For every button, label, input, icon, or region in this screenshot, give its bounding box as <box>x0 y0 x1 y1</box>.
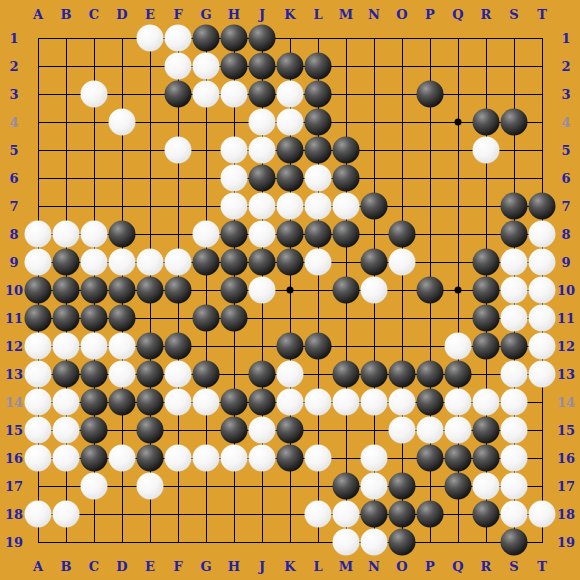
black-stone <box>305 333 332 360</box>
black-stone <box>81 277 108 304</box>
row-label-left: 15 <box>5 424 23 437</box>
row-label-right: 8 <box>561 228 570 241</box>
white-stone <box>25 501 52 528</box>
white-stone <box>165 249 192 276</box>
white-stone <box>81 249 108 276</box>
star-point <box>287 287 294 294</box>
black-stone <box>473 277 500 304</box>
row-label-right: 19 <box>557 536 575 549</box>
black-stone <box>137 389 164 416</box>
black-stone <box>81 417 108 444</box>
black-stone <box>249 361 276 388</box>
white-stone <box>81 333 108 360</box>
white-stone <box>25 333 52 360</box>
star-point <box>455 287 462 294</box>
white-stone <box>333 389 360 416</box>
black-stone <box>333 221 360 248</box>
white-stone <box>249 445 276 472</box>
white-stone <box>305 193 332 220</box>
column-label-bottom: P <box>425 560 435 573</box>
white-stone <box>529 333 556 360</box>
row-label-left: 10 <box>5 284 23 297</box>
white-stone <box>445 389 472 416</box>
white-stone <box>249 221 276 248</box>
white-stone <box>445 333 472 360</box>
black-stone <box>473 333 500 360</box>
row-label-left: 6 <box>9 172 18 185</box>
row-label-right: 10 <box>557 284 575 297</box>
black-stone <box>473 501 500 528</box>
white-stone <box>473 389 500 416</box>
white-stone <box>53 445 80 472</box>
black-stone <box>501 221 528 248</box>
grid-line-horizontal <box>38 514 543 515</box>
black-stone <box>389 529 416 556</box>
white-stone <box>501 417 528 444</box>
white-stone <box>81 81 108 108</box>
black-stone <box>473 109 500 136</box>
white-stone <box>221 193 248 220</box>
row-label-right: 2 <box>561 60 570 73</box>
white-stone <box>361 473 388 500</box>
white-stone <box>137 473 164 500</box>
black-stone <box>445 473 472 500</box>
row-label-right: 13 <box>557 368 575 381</box>
column-label-top: F <box>173 8 182 21</box>
black-stone <box>445 445 472 472</box>
black-stone <box>165 277 192 304</box>
black-stone <box>53 305 80 332</box>
column-label-top: L <box>313 8 322 21</box>
black-stone <box>277 445 304 472</box>
black-stone <box>361 193 388 220</box>
black-stone <box>333 137 360 164</box>
column-label-top: R <box>481 8 492 21</box>
white-stone <box>277 389 304 416</box>
white-stone <box>361 277 388 304</box>
column-label-top: C <box>89 8 99 21</box>
black-stone <box>137 277 164 304</box>
black-stone <box>473 249 500 276</box>
black-stone <box>221 305 248 332</box>
black-stone <box>249 25 276 52</box>
column-label-top: A <box>33 8 43 21</box>
black-stone <box>249 81 276 108</box>
white-stone <box>25 445 52 472</box>
black-stone <box>81 305 108 332</box>
white-stone <box>25 417 52 444</box>
black-stone <box>417 389 444 416</box>
black-stone <box>165 333 192 360</box>
grid-line-horizontal <box>38 542 543 543</box>
column-label-bottom: J <box>259 560 265 573</box>
white-stone <box>25 389 52 416</box>
white-stone <box>81 221 108 248</box>
white-stone <box>529 277 556 304</box>
black-stone <box>277 417 304 444</box>
column-label-top: E <box>145 8 155 21</box>
white-stone <box>305 501 332 528</box>
grid-line-vertical <box>402 38 403 543</box>
white-stone <box>501 361 528 388</box>
row-label-right: 12 <box>557 340 575 353</box>
black-stone <box>445 361 472 388</box>
row-label-right: 4 <box>561 116 570 129</box>
column-label-top: D <box>116 8 127 21</box>
row-label-right: 14 <box>557 396 575 409</box>
column-label-bottom: L <box>313 560 322 573</box>
black-stone <box>361 249 388 276</box>
black-stone <box>361 361 388 388</box>
column-label-bottom: C <box>89 560 99 573</box>
white-stone <box>53 389 80 416</box>
black-stone <box>221 277 248 304</box>
white-stone <box>109 361 136 388</box>
black-stone <box>417 501 444 528</box>
row-label-left: 13 <box>5 368 23 381</box>
column-label-top: B <box>61 8 72 21</box>
column-label-top: H <box>228 8 240 21</box>
row-label-left: 11 <box>5 312 23 325</box>
white-stone <box>361 445 388 472</box>
white-stone <box>501 277 528 304</box>
black-stone <box>389 501 416 528</box>
star-point <box>455 119 462 126</box>
white-stone <box>221 137 248 164</box>
black-stone <box>501 529 528 556</box>
black-stone <box>277 165 304 192</box>
column-label-bottom: B <box>61 560 72 573</box>
white-stone <box>109 109 136 136</box>
white-stone <box>165 25 192 52</box>
black-stone <box>109 277 136 304</box>
row-label-left: 9 <box>9 256 18 269</box>
column-label-bottom: G <box>200 560 211 573</box>
black-stone <box>249 53 276 80</box>
column-label-bottom: N <box>368 560 380 573</box>
white-stone <box>333 501 360 528</box>
white-stone <box>389 389 416 416</box>
black-stone <box>109 389 136 416</box>
black-stone <box>333 165 360 192</box>
row-label-left: 12 <box>5 340 23 353</box>
black-stone <box>25 277 52 304</box>
black-stone <box>109 221 136 248</box>
white-stone <box>389 249 416 276</box>
white-stone <box>193 81 220 108</box>
column-label-bottom: Q <box>452 560 463 573</box>
white-stone <box>333 529 360 556</box>
row-label-left: 14 <box>5 396 23 409</box>
white-stone <box>109 445 136 472</box>
white-stone <box>277 193 304 220</box>
black-stone <box>221 221 248 248</box>
row-label-left: 3 <box>9 88 18 101</box>
white-stone <box>109 333 136 360</box>
white-stone <box>501 445 528 472</box>
row-label-right: 3 <box>561 88 570 101</box>
white-stone <box>109 249 136 276</box>
black-stone <box>473 445 500 472</box>
column-label-top: T <box>537 8 547 21</box>
row-label-right: 17 <box>557 480 575 493</box>
column-label-bottom: O <box>396 560 407 573</box>
white-stone <box>277 109 304 136</box>
white-stone <box>501 305 528 332</box>
black-stone <box>221 25 248 52</box>
white-stone <box>25 361 52 388</box>
column-label-bottom: E <box>145 560 155 573</box>
black-stone <box>137 417 164 444</box>
black-stone <box>305 81 332 108</box>
row-label-left: 17 <box>5 480 23 493</box>
white-stone <box>529 305 556 332</box>
black-stone <box>81 361 108 388</box>
black-stone <box>417 81 444 108</box>
black-stone <box>193 25 220 52</box>
white-stone <box>193 445 220 472</box>
white-stone <box>305 389 332 416</box>
column-label-top: Q <box>452 8 463 21</box>
black-stone <box>249 165 276 192</box>
black-stone <box>333 277 360 304</box>
black-stone <box>305 109 332 136</box>
white-stone <box>25 221 52 248</box>
white-stone <box>53 501 80 528</box>
white-stone <box>333 193 360 220</box>
black-stone <box>389 221 416 248</box>
black-stone <box>81 445 108 472</box>
white-stone <box>165 361 192 388</box>
white-stone <box>53 333 80 360</box>
row-label-right: 5 <box>561 144 570 157</box>
black-stone <box>277 53 304 80</box>
black-stone <box>53 249 80 276</box>
black-stone <box>109 305 136 332</box>
white-stone <box>389 417 416 444</box>
black-stone <box>53 277 80 304</box>
white-stone <box>445 417 472 444</box>
row-label-right: 9 <box>561 256 570 269</box>
black-stone <box>137 445 164 472</box>
white-stone <box>361 529 388 556</box>
white-stone <box>53 417 80 444</box>
black-stone <box>389 473 416 500</box>
row-label-left: 16 <box>5 452 23 465</box>
column-label-top: O <box>396 8 407 21</box>
black-stone <box>249 389 276 416</box>
black-stone <box>277 333 304 360</box>
row-label-right: 16 <box>557 452 575 465</box>
black-stone <box>137 333 164 360</box>
column-label-top: M <box>339 8 353 21</box>
white-stone <box>249 277 276 304</box>
black-stone <box>221 249 248 276</box>
white-stone <box>501 249 528 276</box>
black-stone <box>501 109 528 136</box>
row-label-left: 1 <box>9 32 18 45</box>
white-stone <box>137 249 164 276</box>
column-label-bottom: K <box>284 560 295 573</box>
row-label-left: 5 <box>9 144 18 157</box>
black-stone <box>473 305 500 332</box>
go-board[interactable]: AABBCCDDEEFFGGHHJJKKLLMMNNOOPPQQRRSSTT11… <box>0 0 580 580</box>
white-stone <box>165 137 192 164</box>
black-stone <box>389 361 416 388</box>
black-stone <box>501 193 528 220</box>
white-stone <box>249 137 276 164</box>
black-stone <box>221 53 248 80</box>
white-stone <box>221 445 248 472</box>
column-label-bottom: F <box>173 560 182 573</box>
black-stone <box>361 501 388 528</box>
row-label-left: 19 <box>5 536 23 549</box>
black-stone <box>501 333 528 360</box>
white-stone <box>249 417 276 444</box>
white-stone <box>53 221 80 248</box>
row-label-left: 18 <box>5 508 23 521</box>
white-stone <box>417 417 444 444</box>
white-stone <box>221 165 248 192</box>
row-label-left: 8 <box>9 228 18 241</box>
white-stone <box>473 137 500 164</box>
row-label-left: 7 <box>9 200 18 213</box>
white-stone <box>249 193 276 220</box>
black-stone <box>417 277 444 304</box>
black-stone <box>25 305 52 332</box>
black-stone <box>417 445 444 472</box>
row-label-right: 15 <box>557 424 575 437</box>
white-stone <box>277 361 304 388</box>
column-label-bottom: H <box>228 560 240 573</box>
black-stone <box>277 137 304 164</box>
white-stone <box>277 81 304 108</box>
black-stone <box>81 389 108 416</box>
column-label-bottom: S <box>509 560 518 573</box>
white-stone <box>165 389 192 416</box>
black-stone <box>53 361 80 388</box>
black-stone <box>305 53 332 80</box>
black-stone <box>277 249 304 276</box>
white-stone <box>305 249 332 276</box>
white-stone <box>249 109 276 136</box>
black-stone <box>529 193 556 220</box>
column-label-bottom: M <box>339 560 353 573</box>
white-stone <box>305 445 332 472</box>
column-label-top: P <box>425 8 435 21</box>
black-stone <box>165 81 192 108</box>
column-label-top: N <box>368 8 380 21</box>
white-stone <box>501 501 528 528</box>
black-stone <box>305 137 332 164</box>
black-stone <box>277 221 304 248</box>
black-stone <box>221 389 248 416</box>
black-stone <box>137 361 164 388</box>
white-stone <box>193 389 220 416</box>
column-label-top: J <box>259 8 265 21</box>
black-stone <box>193 361 220 388</box>
black-stone <box>417 361 444 388</box>
column-label-bottom: D <box>116 560 127 573</box>
white-stone <box>529 221 556 248</box>
white-stone <box>529 249 556 276</box>
white-stone <box>137 25 164 52</box>
row-label-left: 4 <box>9 116 18 129</box>
white-stone <box>221 81 248 108</box>
white-stone <box>501 389 528 416</box>
black-stone <box>333 473 360 500</box>
black-stone <box>249 249 276 276</box>
column-label-top: G <box>200 8 211 21</box>
white-stone <box>501 473 528 500</box>
white-stone <box>473 473 500 500</box>
white-stone <box>25 249 52 276</box>
black-stone <box>333 361 360 388</box>
white-stone <box>529 361 556 388</box>
row-label-right: 6 <box>561 172 570 185</box>
row-label-right: 11 <box>557 312 575 325</box>
black-stone <box>221 417 248 444</box>
column-label-bottom: R <box>481 560 492 573</box>
column-label-top: K <box>284 8 295 21</box>
white-stone <box>305 165 332 192</box>
black-stone <box>473 417 500 444</box>
black-stone <box>193 305 220 332</box>
row-label-left: 2 <box>9 60 18 73</box>
white-stone <box>529 501 556 528</box>
white-stone <box>165 53 192 80</box>
column-label-bottom: A <box>33 560 43 573</box>
white-stone <box>193 221 220 248</box>
row-label-right: 1 <box>561 32 570 45</box>
row-label-right: 7 <box>561 200 570 213</box>
white-stone <box>361 389 388 416</box>
row-label-right: 18 <box>557 508 575 521</box>
white-stone <box>193 53 220 80</box>
black-stone <box>193 249 220 276</box>
white-stone <box>165 445 192 472</box>
column-label-top: S <box>509 8 518 21</box>
white-stone <box>81 473 108 500</box>
column-label-bottom: T <box>537 560 547 573</box>
black-stone <box>305 221 332 248</box>
